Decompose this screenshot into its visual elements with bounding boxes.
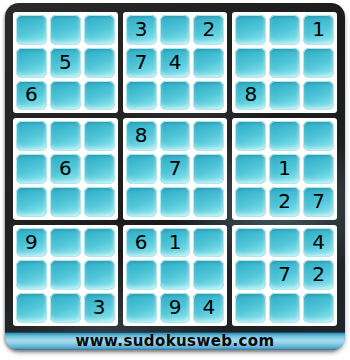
given-digit: 3 <box>93 297 106 317</box>
cell-r1c7[interactable] <box>235 15 266 45</box>
given-digit: 7 <box>278 264 291 284</box>
block-7: 93 <box>13 225 118 326</box>
cell-r4c1[interactable] <box>16 121 47 151</box>
cell-r6c4[interactable] <box>126 187 157 217</box>
cell-r8c8[interactable]: 7 <box>269 260 300 290</box>
block-6: 127 <box>232 118 337 219</box>
cell-r2c6[interactable] <box>193 48 224 78</box>
cell-r9c3[interactable]: 3 <box>84 293 115 323</box>
cell-r7c1[interactable]: 9 <box>16 228 47 258</box>
cell-r3c8[interactable] <box>269 81 300 111</box>
cell-r2c3[interactable] <box>84 48 115 78</box>
cell-r5c9[interactable] <box>303 154 334 184</box>
cell-r3c5[interactable] <box>160 81 191 111</box>
cell-r8c5[interactable] <box>160 260 191 290</box>
given-digit: 1 <box>312 19 325 39</box>
cell-r1c9[interactable]: 1 <box>303 15 334 45</box>
cell-r3c9[interactable] <box>303 81 334 111</box>
cell-r2c2[interactable]: 5 <box>50 48 81 78</box>
cell-r6c9[interactable]: 7 <box>303 187 334 217</box>
given-digit: 4 <box>203 297 216 317</box>
block-9: 472 <box>232 225 337 326</box>
cell-r6c8[interactable]: 2 <box>269 187 300 217</box>
cell-r1c1[interactable] <box>16 15 47 45</box>
cell-r7c8[interactable] <box>269 228 300 258</box>
cell-r2c1[interactable] <box>16 48 47 78</box>
cell-r7c6[interactable] <box>193 228 224 258</box>
cell-r9c2[interactable] <box>50 293 81 323</box>
cell-r1c5[interactable] <box>160 15 191 45</box>
cell-r2c5[interactable]: 4 <box>160 48 191 78</box>
cell-r3c2[interactable] <box>50 81 81 111</box>
given-digit: 7 <box>312 191 325 211</box>
cell-r5c1[interactable] <box>16 154 47 184</box>
cell-r8c9[interactable]: 2 <box>303 260 334 290</box>
cell-r1c8[interactable] <box>269 15 300 45</box>
cell-r9c5[interactable]: 9 <box>160 293 191 323</box>
given-digit: 4 <box>312 232 325 252</box>
sudoku-widget: 56327418687127936194472 www.sudokusweb.c… <box>5 3 345 350</box>
given-digit: 2 <box>312 264 325 284</box>
cell-r9c9[interactable] <box>303 293 334 323</box>
cell-r8c7[interactable] <box>235 260 266 290</box>
given-digit: 6 <box>135 232 148 252</box>
cell-r2c9[interactable] <box>303 48 334 78</box>
given-digit: 8 <box>244 84 257 104</box>
cell-r4c7[interactable] <box>235 121 266 151</box>
given-digit: 9 <box>169 297 182 317</box>
cell-r5c4[interactable] <box>126 154 157 184</box>
cell-r5c8[interactable]: 1 <box>269 154 300 184</box>
cell-r9c8[interactable] <box>269 293 300 323</box>
given-digit: 3 <box>135 19 148 39</box>
given-digit: 7 <box>169 158 182 178</box>
cell-r1c2[interactable] <box>50 15 81 45</box>
cell-r8c6[interactable] <box>193 260 224 290</box>
block-2: 3274 <box>123 12 228 113</box>
given-digit: 6 <box>59 158 72 178</box>
cell-r6c7[interactable] <box>235 187 266 217</box>
cell-r8c4[interactable] <box>126 260 157 290</box>
cell-r6c3[interactable] <box>84 187 115 217</box>
given-digit: 9 <box>25 232 38 252</box>
cell-r6c6[interactable] <box>193 187 224 217</box>
cell-r4c4[interactable]: 8 <box>126 121 157 151</box>
given-digit: 2 <box>278 191 291 211</box>
cell-r2c7[interactable] <box>235 48 266 78</box>
footer-bar: www.sudokusweb.com <box>5 332 345 350</box>
cell-r4c8[interactable] <box>269 121 300 151</box>
cell-r7c9[interactable]: 4 <box>303 228 334 258</box>
cell-r7c3[interactable] <box>84 228 115 258</box>
cell-r7c2[interactable] <box>50 228 81 258</box>
cell-r4c5[interactable] <box>160 121 191 151</box>
cell-r6c1[interactable] <box>16 187 47 217</box>
given-digit: 8 <box>135 125 148 145</box>
block-1: 56 <box>13 12 118 113</box>
cell-r9c4[interactable] <box>126 293 157 323</box>
sudoku-board: 56327418687127936194472 <box>5 3 345 332</box>
cell-r4c2[interactable] <box>50 121 81 151</box>
cell-r8c1[interactable] <box>16 260 47 290</box>
cell-r3c3[interactable] <box>84 81 115 111</box>
given-digit: 7 <box>135 52 148 72</box>
website-link[interactable]: www.sudokusweb.com <box>75 332 274 350</box>
cell-r5c5[interactable]: 7 <box>160 154 191 184</box>
cell-r3c6[interactable] <box>193 81 224 111</box>
given-digit: 4 <box>169 52 182 72</box>
given-digit: 5 <box>59 52 72 72</box>
cell-r1c4[interactable]: 3 <box>126 15 157 45</box>
cell-r2c8[interactable] <box>269 48 300 78</box>
block-3: 18 <box>232 12 337 113</box>
cell-r5c7[interactable] <box>235 154 266 184</box>
cell-r8c3[interactable] <box>84 260 115 290</box>
cell-r7c5[interactable]: 1 <box>160 228 191 258</box>
cell-r4c6[interactable] <box>193 121 224 151</box>
cell-r6c5[interactable] <box>160 187 191 217</box>
cell-r3c4[interactable] <box>126 81 157 111</box>
given-digit: 1 <box>278 158 291 178</box>
cell-r2c4[interactable]: 7 <box>126 48 157 78</box>
block-5: 87 <box>123 118 228 219</box>
cell-r1c6[interactable]: 2 <box>193 15 224 45</box>
cell-r9c7[interactable] <box>235 293 266 323</box>
cell-r4c3[interactable] <box>84 121 115 151</box>
cell-r3c7[interactable]: 8 <box>235 81 266 111</box>
cell-r6c2[interactable] <box>50 187 81 217</box>
cell-r5c3[interactable] <box>84 154 115 184</box>
cell-r1c3[interactable] <box>84 15 115 45</box>
cell-r7c4[interactable]: 6 <box>126 228 157 258</box>
cell-r9c1[interactable] <box>16 293 47 323</box>
cell-r4c9[interactable] <box>303 121 334 151</box>
given-digit: 2 <box>203 19 216 39</box>
cell-r3c1[interactable]: 6 <box>16 81 47 111</box>
cell-r9c6[interactable]: 4 <box>193 293 224 323</box>
cell-r8c2[interactable] <box>50 260 81 290</box>
cell-r5c2[interactable]: 6 <box>50 154 81 184</box>
cell-r5c6[interactable] <box>193 154 224 184</box>
block-4: 6 <box>13 118 118 219</box>
given-digit: 6 <box>25 84 38 104</box>
block-8: 6194 <box>123 225 228 326</box>
given-digit: 1 <box>169 232 182 252</box>
cell-r7c7[interactable] <box>235 228 266 258</box>
